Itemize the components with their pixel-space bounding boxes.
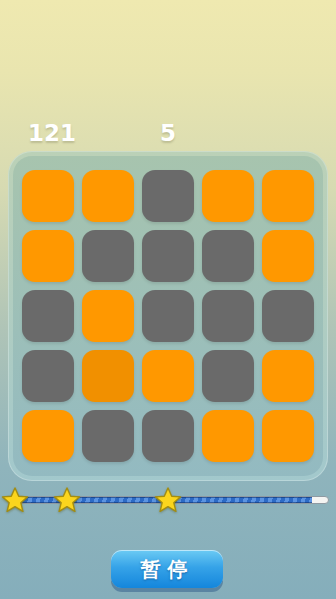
tile-r5c3[interactable]: [142, 410, 194, 462]
tile-r3c5[interactable]: [262, 290, 314, 342]
tile-r3c3[interactable]: [142, 290, 194, 342]
tile-r4c4[interactable]: [202, 350, 254, 402]
tile-r4c1[interactable]: [22, 350, 74, 402]
tile-r4c3[interactable]: [142, 350, 194, 402]
star-icon-3: [154, 486, 182, 514]
tile-grid: [22, 170, 314, 462]
tile-r2c4[interactable]: [202, 230, 254, 282]
tile-r2c1[interactable]: [22, 230, 74, 282]
star-icon-1: [1, 486, 29, 514]
tile-r2c5[interactable]: [262, 230, 314, 282]
tile-r3c1[interactable]: [22, 290, 74, 342]
progress-zone: [0, 480, 336, 520]
tile-r4c2[interactable]: [82, 350, 134, 402]
tile-r1c1[interactable]: [22, 170, 74, 222]
tile-r1c5[interactable]: [262, 170, 314, 222]
tile-r3c4[interactable]: [202, 290, 254, 342]
tile-r1c3[interactable]: [142, 170, 194, 222]
tile-r2c2[interactable]: [82, 230, 134, 282]
tile-r4c5[interactable]: [262, 350, 314, 402]
tile-r1c2[interactable]: [82, 170, 134, 222]
game-board: [8, 151, 328, 481]
pause-button[interactable]: 暂停: [111, 550, 223, 588]
tile-r5c4[interactable]: [202, 410, 254, 462]
hud: 121 5: [0, 120, 336, 150]
board-inner: [13, 156, 323, 476]
tile-r3c2[interactable]: [82, 290, 134, 342]
level-value: 5: [0, 120, 336, 146]
tile-r5c2[interactable]: [82, 410, 134, 462]
tile-r1c4[interactable]: [202, 170, 254, 222]
star-icon-2: [53, 486, 81, 514]
tile-r5c1[interactable]: [22, 410, 74, 462]
tile-r2c3[interactable]: [142, 230, 194, 282]
tile-r5c5[interactable]: [262, 410, 314, 462]
